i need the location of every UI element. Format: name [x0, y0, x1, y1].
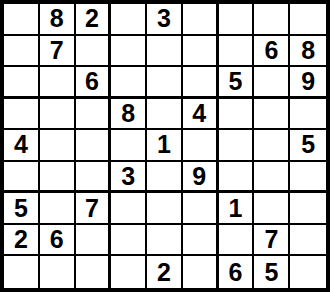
cell-r1c1[interactable]: [4, 4, 40, 36]
cell-r9c3[interactable]: [76, 256, 112, 288]
cell-r3c9: 9: [290, 67, 326, 99]
cell-r1c9[interactable]: [290, 4, 326, 36]
cell-r4c7[interactable]: [219, 99, 255, 131]
cell-r2c3[interactable]: [76, 36, 112, 68]
cell-r1c4[interactable]: [111, 4, 147, 36]
cell-r2c6[interactable]: [183, 36, 219, 68]
cell-r9c1[interactable]: [4, 256, 40, 288]
given-digit: 5: [264, 260, 278, 285]
cell-r4c3[interactable]: [76, 99, 112, 131]
cell-r7c2[interactable]: [40, 193, 76, 225]
cell-r7c8[interactable]: [254, 193, 290, 225]
given-digit: 2: [14, 227, 28, 252]
cell-r6c6: 9: [183, 162, 219, 194]
cell-r8c6[interactable]: [183, 225, 219, 257]
given-digit: 3: [121, 164, 135, 189]
given-digit: 7: [50, 38, 64, 63]
cell-r7c9[interactable]: [290, 193, 326, 225]
cell-r4c8[interactable]: [254, 99, 290, 131]
given-digit: 8: [50, 6, 64, 31]
cell-r3c7: 5: [219, 67, 255, 99]
given-digit: 8: [301, 38, 315, 63]
cell-r2c4[interactable]: [111, 36, 147, 68]
given-digit: 9: [301, 69, 315, 94]
cell-r8c4[interactable]: [111, 225, 147, 257]
cell-r7c4[interactable]: [111, 193, 147, 225]
cell-r9c5: 2: [147, 256, 183, 288]
cell-r4c6: 4: [183, 99, 219, 131]
given-digit: 8: [121, 101, 135, 126]
cell-r4c2[interactable]: [40, 99, 76, 131]
cell-r4c5[interactable]: [147, 99, 183, 131]
cell-r9c7: 6: [219, 256, 255, 288]
cell-r8c9[interactable]: [290, 225, 326, 257]
cell-r8c3[interactable]: [76, 225, 112, 257]
cell-r6c3[interactable]: [76, 162, 112, 194]
cell-r2c7[interactable]: [219, 36, 255, 68]
cell-r7c5[interactable]: [147, 193, 183, 225]
cell-r5c7[interactable]: [219, 130, 255, 162]
cell-r8c7[interactable]: [219, 225, 255, 257]
cell-r9c6[interactable]: [183, 256, 219, 288]
given-digit: 3: [157, 6, 171, 31]
given-digit: 6: [264, 38, 278, 63]
cell-r1c7[interactable]: [219, 4, 255, 36]
cell-r1c2: 8: [40, 4, 76, 36]
given-digit: 2: [157, 260, 171, 285]
cell-r5c3[interactable]: [76, 130, 112, 162]
cell-r8c2: 6: [40, 225, 76, 257]
cell-r1c3: 2: [76, 4, 112, 36]
cell-r2c1[interactable]: [4, 36, 40, 68]
cell-r1c6[interactable]: [183, 4, 219, 36]
cell-r5c8[interactable]: [254, 130, 290, 162]
cell-r3c4[interactable]: [111, 67, 147, 99]
given-digit: 7: [85, 196, 99, 221]
cell-r9c4[interactable]: [111, 256, 147, 288]
cell-r7c3: 7: [76, 193, 112, 225]
given-digit: 5: [14, 196, 28, 221]
given-digit: 1: [157, 132, 171, 157]
cell-r9c9[interactable]: [290, 256, 326, 288]
cell-r9c8: 5: [254, 256, 290, 288]
given-digit: 6: [229, 260, 243, 285]
cell-r6c1[interactable]: [4, 162, 40, 194]
given-digit: 6: [85, 69, 99, 94]
cell-r4c4: 8: [111, 99, 147, 131]
cell-r7c6[interactable]: [183, 193, 219, 225]
cell-r3c1[interactable]: [4, 67, 40, 99]
cell-r3c3: 6: [76, 67, 112, 99]
given-digit: 9: [192, 164, 206, 189]
cell-r6c4: 3: [111, 162, 147, 194]
cell-r7c7: 1: [219, 193, 255, 225]
given-digit: 6: [50, 227, 64, 252]
given-digit: 4: [192, 101, 206, 126]
cell-r4c9[interactable]: [290, 99, 326, 131]
cell-r8c1: 2: [4, 225, 40, 257]
given-digit: 7: [264, 227, 278, 252]
sudoku-board: 8237686598441539571267265: [0, 0, 330, 292]
cell-r3c2[interactable]: [40, 67, 76, 99]
cell-r2c2: 7: [40, 36, 76, 68]
cell-r6c2[interactable]: [40, 162, 76, 194]
cell-r6c7[interactable]: [219, 162, 255, 194]
cell-r5c1: 4: [4, 130, 40, 162]
cell-r5c9: 5: [290, 130, 326, 162]
cell-r2c5[interactable]: [147, 36, 183, 68]
cell-r4c1[interactable]: [4, 99, 40, 131]
given-digit: 4: [14, 132, 28, 157]
cell-r6c9[interactable]: [290, 162, 326, 194]
given-digit: 2: [85, 6, 99, 31]
cell-r5c5: 1: [147, 130, 183, 162]
cell-r6c5[interactable]: [147, 162, 183, 194]
cell-r8c8: 7: [254, 225, 290, 257]
cell-r9c2[interactable]: [40, 256, 76, 288]
given-digit: 1: [229, 196, 243, 221]
cell-r5c2[interactable]: [40, 130, 76, 162]
cell-r3c6[interactable]: [183, 67, 219, 99]
cell-r5c4[interactable]: [111, 130, 147, 162]
given-digit: 5: [229, 69, 243, 94]
cell-r3c8[interactable]: [254, 67, 290, 99]
given-digit: 5: [301, 132, 315, 157]
cell-r1c5: 3: [147, 4, 183, 36]
cell-r6c8[interactable]: [254, 162, 290, 194]
cell-r2c9: 8: [290, 36, 326, 68]
cell-r2c8: 6: [254, 36, 290, 68]
cell-r5c6[interactable]: [183, 130, 219, 162]
cell-r8c5[interactable]: [147, 225, 183, 257]
cell-r1c8[interactable]: [254, 4, 290, 36]
cell-r7c1: 5: [4, 193, 40, 225]
cell-r3c5[interactable]: [147, 67, 183, 99]
